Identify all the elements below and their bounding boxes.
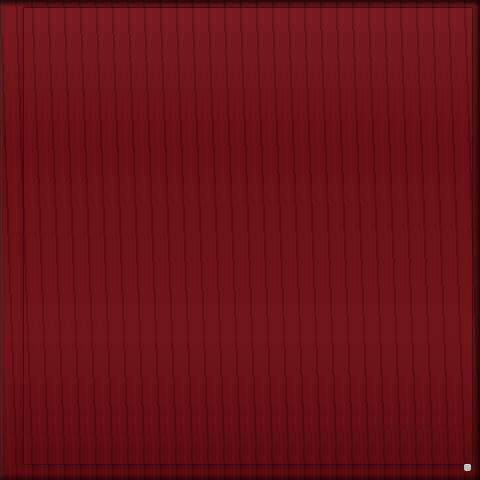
corner-grip-marker [464, 464, 471, 471]
chess-board[interactable] [24, 8, 472, 464]
chess-board-frame [0, 0, 480, 480]
